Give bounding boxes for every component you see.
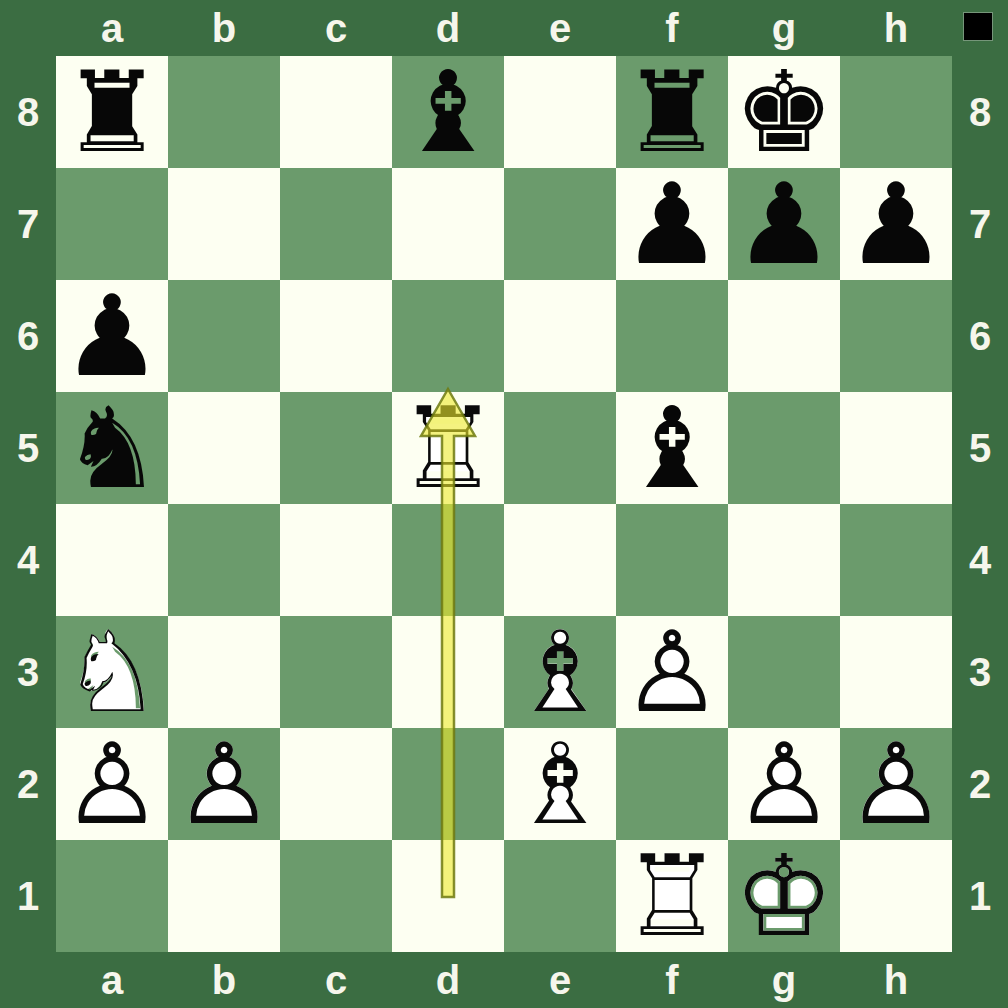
square-a2[interactable]: ♟♙: [56, 728, 168, 840]
file-label-e-top: e: [504, 0, 616, 56]
white-king-fill: ♚: [728, 840, 840, 952]
square-a1[interactable]: [56, 840, 168, 952]
black-king: ♚: [728, 56, 840, 168]
turn-indicator-black-to-move: [964, 13, 992, 40]
file-label-c-top: c: [280, 0, 392, 56]
square-f1[interactable]: ♜♖: [616, 840, 728, 952]
black-bishop: ♝: [616, 392, 728, 504]
rank-label-7-left: 7: [0, 168, 56, 280]
black-rook: ♜: [616, 56, 728, 168]
white-bishop-fill: ♝: [504, 728, 616, 840]
chess-diagram: ♜♝♜♚♟♟♟♟♞♜♖♝♞♘♝♗♟♙♟♙♟♙♝♗♟♙♟♙♜♖♚♔ aabbccd…: [0, 0, 1008, 1008]
square-c6[interactable]: [280, 280, 392, 392]
square-a5[interactable]: ♞: [56, 392, 168, 504]
square-e1[interactable]: [504, 840, 616, 952]
black-rook: ♜: [56, 56, 168, 168]
rank-label-1-right: 1: [952, 840, 1008, 952]
square-d3[interactable]: [392, 616, 504, 728]
rank-label-3-right: 3: [952, 616, 1008, 728]
square-f2[interactable]: [616, 728, 728, 840]
square-g3[interactable]: [728, 616, 840, 728]
square-b5[interactable]: [168, 392, 280, 504]
file-label-h-bottom: h: [840, 952, 952, 1008]
file-label-b-bottom: b: [168, 952, 280, 1008]
square-f7[interactable]: ♟: [616, 168, 728, 280]
white-king: ♔: [728, 840, 840, 952]
rank-label-6-left: 6: [0, 280, 56, 392]
square-g1[interactable]: ♚♔: [728, 840, 840, 952]
square-g4[interactable]: [728, 504, 840, 616]
square-c1[interactable]: [280, 840, 392, 952]
rank-label-6-right: 6: [952, 280, 1008, 392]
square-a4[interactable]: [56, 504, 168, 616]
white-knight-fill: ♞: [56, 616, 168, 728]
black-pawn: ♟: [616, 168, 728, 280]
square-g6[interactable]: [728, 280, 840, 392]
square-h2[interactable]: ♟♙: [840, 728, 952, 840]
square-a8[interactable]: ♜: [56, 56, 168, 168]
square-g2[interactable]: ♟♙: [728, 728, 840, 840]
square-b4[interactable]: [168, 504, 280, 616]
square-h5[interactable]: [840, 392, 952, 504]
file-label-d-top: d: [392, 0, 504, 56]
square-g8[interactable]: ♚: [728, 56, 840, 168]
square-b1[interactable]: [168, 840, 280, 952]
square-d2[interactable]: [392, 728, 504, 840]
white-pawn: ♙: [168, 728, 280, 840]
white-pawn: ♙: [616, 616, 728, 728]
file-label-g-bottom: g: [728, 952, 840, 1008]
white-pawn-fill: ♟: [728, 728, 840, 840]
file-label-c-bottom: c: [280, 952, 392, 1008]
white-pawn-fill: ♟: [56, 728, 168, 840]
black-pawn: ♟: [56, 280, 168, 392]
square-b7[interactable]: [168, 168, 280, 280]
square-e3[interactable]: ♝♗: [504, 616, 616, 728]
white-pawn-fill: ♟: [168, 728, 280, 840]
white-rook: ♖: [392, 392, 504, 504]
square-f4[interactable]: [616, 504, 728, 616]
white-pawn: ♙: [840, 728, 952, 840]
square-a6[interactable]: ♟: [56, 280, 168, 392]
square-c5[interactable]: [280, 392, 392, 504]
square-a3[interactable]: ♞♘: [56, 616, 168, 728]
rank-label-4-right: 4: [952, 504, 1008, 616]
square-e5[interactable]: [504, 392, 616, 504]
black-pawn: ♟: [840, 168, 952, 280]
file-label-f-bottom: f: [616, 952, 728, 1008]
white-pawn: ♙: [56, 728, 168, 840]
square-b6[interactable]: [168, 280, 280, 392]
square-h4[interactable]: [840, 504, 952, 616]
rank-label-2-left: 2: [0, 728, 56, 840]
square-c3[interactable]: [280, 616, 392, 728]
square-c4[interactable]: [280, 504, 392, 616]
file-label-d-bottom: d: [392, 952, 504, 1008]
square-d1[interactable]: [392, 840, 504, 952]
square-d8[interactable]: ♝: [392, 56, 504, 168]
rank-label-3-left: 3: [0, 616, 56, 728]
white-bishop-fill: ♝: [504, 616, 616, 728]
square-g7[interactable]: ♟: [728, 168, 840, 280]
board: ♜♝♜♚♟♟♟♟♞♜♖♝♞♘♝♗♟♙♟♙♟♙♝♗♟♙♟♙♜♖♚♔: [56, 56, 952, 952]
rank-label-7-right: 7: [952, 168, 1008, 280]
white-rook-fill: ♜: [392, 392, 504, 504]
file-label-a-top: a: [56, 0, 168, 56]
square-d5[interactable]: ♜♖: [392, 392, 504, 504]
square-c7[interactable]: [280, 168, 392, 280]
square-e8[interactable]: [504, 56, 616, 168]
square-h6[interactable]: [840, 280, 952, 392]
file-label-b-top: b: [168, 0, 280, 56]
rank-label-2-right: 2: [952, 728, 1008, 840]
square-g5[interactable]: [728, 392, 840, 504]
square-d4[interactable]: [392, 504, 504, 616]
file-label-h-top: h: [840, 0, 952, 56]
white-knight: ♘: [56, 616, 168, 728]
square-h7[interactable]: ♟: [840, 168, 952, 280]
black-bishop: ♝: [392, 56, 504, 168]
black-pawn: ♟: [728, 168, 840, 280]
white-pawn-fill: ♟: [616, 616, 728, 728]
square-e7[interactable]: [504, 168, 616, 280]
rank-label-8-left: 8: [0, 56, 56, 168]
white-pawn-fill: ♟: [840, 728, 952, 840]
square-b3[interactable]: [168, 616, 280, 728]
file-label-e-bottom: e: [504, 952, 616, 1008]
square-h8[interactable]: [840, 56, 952, 168]
square-f3[interactable]: ♟♙: [616, 616, 728, 728]
square-h3[interactable]: [840, 616, 952, 728]
square-c8[interactable]: [280, 56, 392, 168]
rank-label-4-left: 4: [0, 504, 56, 616]
white-bishop: ♗: [504, 728, 616, 840]
rank-label-5-left: 5: [0, 392, 56, 504]
file-label-f-top: f: [616, 0, 728, 56]
square-e2[interactable]: ♝♗: [504, 728, 616, 840]
square-b8[interactable]: [168, 56, 280, 168]
rank-label-8-right: 8: [952, 56, 1008, 168]
square-b2[interactable]: ♟♙: [168, 728, 280, 840]
rank-label-1-left: 1: [0, 840, 56, 952]
square-f6[interactable]: [616, 280, 728, 392]
square-f5[interactable]: ♝: [616, 392, 728, 504]
square-d7[interactable]: [392, 168, 504, 280]
square-f8[interactable]: ♜: [616, 56, 728, 168]
file-label-a-bottom: a: [56, 952, 168, 1008]
square-h1[interactable]: [840, 840, 952, 952]
white-bishop: ♗: [504, 616, 616, 728]
rank-label-5-right: 5: [952, 392, 1008, 504]
square-c2[interactable]: [280, 728, 392, 840]
file-label-g-top: g: [728, 0, 840, 56]
square-e4[interactable]: [504, 504, 616, 616]
square-e6[interactable]: [504, 280, 616, 392]
white-rook: ♖: [616, 840, 728, 952]
black-knight: ♞: [56, 392, 168, 504]
white-pawn: ♙: [728, 728, 840, 840]
white-rook-fill: ♜: [616, 840, 728, 952]
square-a7[interactable]: [56, 168, 168, 280]
square-d6[interactable]: [392, 280, 504, 392]
